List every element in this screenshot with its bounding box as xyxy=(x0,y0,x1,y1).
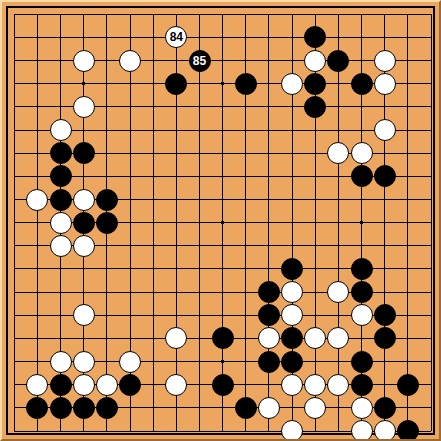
stone-white xyxy=(73,50,95,72)
stone-white xyxy=(374,420,396,441)
stone-white xyxy=(374,73,396,95)
stone-black xyxy=(50,142,72,164)
star-point xyxy=(221,82,224,85)
stone-black xyxy=(258,281,280,303)
stone-white xyxy=(281,374,303,396)
stone-black xyxy=(235,397,257,419)
stone-black xyxy=(351,258,373,280)
stone-white xyxy=(50,351,72,373)
stone-white xyxy=(73,351,95,373)
star-point xyxy=(221,360,224,363)
stone-black xyxy=(304,96,326,118)
star-point xyxy=(221,221,224,224)
stone-white xyxy=(73,235,95,257)
stone-white xyxy=(351,304,373,326)
stone-white xyxy=(374,50,396,72)
stone-black xyxy=(281,258,303,280)
stone-white xyxy=(304,50,326,72)
stone-white xyxy=(281,73,303,95)
stone-black xyxy=(374,165,396,187)
stone-white xyxy=(351,142,373,164)
stone-black xyxy=(96,397,118,419)
stone-white xyxy=(258,397,280,419)
stone-move-85: 85 xyxy=(189,50,211,72)
stone-white xyxy=(351,397,373,419)
stone-white xyxy=(50,119,72,141)
grid-line-vertical xyxy=(338,14,339,432)
stone-white xyxy=(50,212,72,234)
star-point xyxy=(82,82,85,85)
stone-white xyxy=(50,235,72,257)
stone-black xyxy=(73,212,95,234)
stone-black xyxy=(212,374,234,396)
stone-black xyxy=(50,397,72,419)
stone-black xyxy=(235,73,257,95)
stone-black xyxy=(374,327,396,349)
stone-white xyxy=(73,374,95,396)
stone-white xyxy=(73,96,95,118)
stone-black xyxy=(73,142,95,164)
stone-white xyxy=(304,374,326,396)
stone-black xyxy=(397,374,419,396)
stone-black xyxy=(351,374,373,396)
stone-black xyxy=(50,189,72,211)
stone-black xyxy=(165,73,187,95)
stone-white xyxy=(73,304,95,326)
stone-white xyxy=(96,374,118,396)
stone-black xyxy=(258,351,280,373)
stone-black xyxy=(351,73,373,95)
stone-black xyxy=(281,351,303,373)
stone-black xyxy=(351,281,373,303)
stone-white xyxy=(165,374,187,396)
stone-white xyxy=(26,374,48,396)
stone-white xyxy=(327,374,349,396)
stone-black xyxy=(212,327,234,349)
stone-black xyxy=(374,304,396,326)
stone-white xyxy=(304,397,326,419)
stone-white xyxy=(351,420,373,441)
stone-black xyxy=(351,165,373,187)
stone-black xyxy=(397,420,419,441)
stone-black xyxy=(96,212,118,234)
stone-black xyxy=(119,374,141,396)
stone-white xyxy=(374,119,396,141)
star-point xyxy=(360,221,363,224)
grid-line-vertical xyxy=(431,14,432,432)
stone-white xyxy=(119,351,141,373)
stone-black xyxy=(304,73,326,95)
stone-white xyxy=(119,50,141,72)
stone-black xyxy=(50,165,72,187)
grid-line-vertical xyxy=(407,14,408,432)
stone-white xyxy=(281,420,303,441)
go-board-diagram: 8485 xyxy=(0,0,441,441)
stone-white xyxy=(26,189,48,211)
stone-white xyxy=(73,189,95,211)
stone-black xyxy=(374,397,396,419)
stone-black xyxy=(96,189,118,211)
stone-black xyxy=(351,351,373,373)
stone-black xyxy=(327,50,349,72)
stone-black xyxy=(73,397,95,419)
stone-black xyxy=(50,374,72,396)
